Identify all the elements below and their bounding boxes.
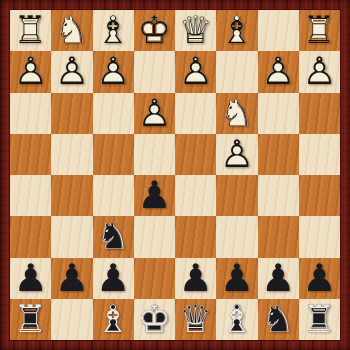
- black-pawn-fill-icon: ♟: [10, 258, 51, 299]
- piece-black-pawn[interactable]: ♟: [51, 258, 92, 299]
- square-b1[interactable]: [258, 10, 299, 51]
- square-d6[interactable]: [175, 216, 216, 257]
- square-e2[interactable]: [134, 51, 175, 92]
- black-pawn-fill-icon: ♟: [299, 258, 340, 299]
- piece-white-rook[interactable]: ♜♖: [299, 10, 340, 51]
- square-a2[interactable]: ♟♙: [299, 51, 340, 92]
- square-d2[interactable]: ♟♙: [175, 51, 216, 92]
- piece-black-pawn[interactable]: ♟: [175, 258, 216, 299]
- piece-white-rook[interactable]: ♜♖: [10, 10, 51, 51]
- piece-black-pawn[interactable]: ♟: [258, 258, 299, 299]
- piece-black-pawn[interactable]: ♟: [10, 258, 51, 299]
- black-king-outline-icon: ♔: [134, 299, 175, 340]
- square-c4[interactable]: ♟♙: [216, 134, 257, 175]
- square-h4[interactable]: [10, 134, 51, 175]
- piece-black-bishop[interactable]: ♝♗: [216, 299, 257, 340]
- piece-white-pawn[interactable]: ♟♙: [93, 51, 134, 92]
- square-d3[interactable]: [175, 93, 216, 134]
- chess-board: ♜♖♞♘♝♗♚♔♛♕♝♗♜♖♟♙♟♙♟♙♟♙♟♙♟♙♟♙♞♘♟♙♟♞♘♟♟♟♟♟…: [10, 10, 340, 340]
- square-d1[interactable]: ♛♕: [175, 10, 216, 51]
- square-c8[interactable]: ♝♗: [216, 299, 257, 340]
- piece-white-knight[interactable]: ♞♘: [51, 10, 92, 51]
- black-rook-outline-icon: ♖: [10, 299, 51, 340]
- square-c3[interactable]: ♞♘: [216, 93, 257, 134]
- square-b2[interactable]: ♟♙: [258, 51, 299, 92]
- square-f5[interactable]: [93, 175, 134, 216]
- square-h8[interactable]: ♜♖: [10, 299, 51, 340]
- square-b5[interactable]: [258, 175, 299, 216]
- piece-black-pawn[interactable]: ♟: [93, 258, 134, 299]
- piece-black-knight[interactable]: ♞♘: [258, 299, 299, 340]
- black-knight-outline-icon: ♘: [258, 299, 299, 340]
- square-h7[interactable]: ♟: [10, 258, 51, 299]
- square-a3[interactable]: [299, 93, 340, 134]
- square-a7[interactable]: ♟: [299, 258, 340, 299]
- square-g6[interactable]: [51, 216, 92, 257]
- square-b8[interactable]: ♞♘: [258, 299, 299, 340]
- white-pawn-outline-icon: ♙: [216, 134, 257, 175]
- black-bishop-outline-icon: ♗: [216, 299, 257, 340]
- square-a4[interactable]: [299, 134, 340, 175]
- square-c5[interactable]: [216, 175, 257, 216]
- square-e4[interactable]: [134, 134, 175, 175]
- black-pawn-fill-icon: ♟: [51, 258, 92, 299]
- piece-black-pawn[interactable]: ♟: [216, 258, 257, 299]
- square-e1[interactable]: ♚♔: [134, 10, 175, 51]
- square-e7[interactable]: [134, 258, 175, 299]
- piece-black-rook[interactable]: ♜♖: [10, 299, 51, 340]
- square-f1[interactable]: ♝♗: [93, 10, 134, 51]
- square-e6[interactable]: [134, 216, 175, 257]
- square-h5[interactable]: [10, 175, 51, 216]
- piece-white-pawn[interactable]: ♟♙: [175, 51, 216, 92]
- black-knight-outline-icon: ♘: [93, 216, 134, 257]
- square-a5[interactable]: [299, 175, 340, 216]
- white-pawn-outline-icon: ♙: [93, 51, 134, 92]
- square-a8[interactable]: ♜♖: [299, 299, 340, 340]
- white-pawn-outline-icon: ♙: [51, 51, 92, 92]
- white-knight-outline-icon: ♘: [51, 10, 92, 51]
- square-h1[interactable]: ♜♖: [10, 10, 51, 51]
- square-e3[interactable]: ♟♙: [134, 93, 175, 134]
- piece-black-knight[interactable]: ♞♘: [93, 216, 134, 257]
- black-queen-outline-icon: ♕: [175, 299, 216, 340]
- square-d5[interactable]: [175, 175, 216, 216]
- square-h3[interactable]: [10, 93, 51, 134]
- black-pawn-fill-icon: ♟: [258, 258, 299, 299]
- square-a1[interactable]: ♜♖: [299, 10, 340, 51]
- black-bishop-outline-icon: ♗: [93, 299, 134, 340]
- piece-black-queen[interactable]: ♛♕: [175, 299, 216, 340]
- piece-white-bishop[interactable]: ♝♗: [93, 10, 134, 51]
- square-g4[interactable]: [51, 134, 92, 175]
- square-f4[interactable]: [93, 134, 134, 175]
- square-d8[interactable]: ♛♕: [175, 299, 216, 340]
- black-pawn-fill-icon: ♟: [134, 175, 175, 216]
- piece-white-pawn[interactable]: ♟♙: [10, 51, 51, 92]
- piece-white-pawn[interactable]: ♟♙: [51, 51, 92, 92]
- square-d4[interactable]: [175, 134, 216, 175]
- square-c2[interactable]: [216, 51, 257, 92]
- white-pawn-outline-icon: ♙: [134, 93, 175, 134]
- square-c6[interactable]: [216, 216, 257, 257]
- white-rook-outline-icon: ♖: [10, 10, 51, 51]
- square-g2[interactable]: ♟♙: [51, 51, 92, 92]
- square-g5[interactable]: [51, 175, 92, 216]
- square-d7[interactable]: ♟: [175, 258, 216, 299]
- square-b4[interactable]: [258, 134, 299, 175]
- black-pawn-fill-icon: ♟: [93, 258, 134, 299]
- piece-black-rook[interactable]: ♜♖: [299, 299, 340, 340]
- white-rook-outline-icon: ♖: [299, 10, 340, 51]
- square-f6[interactable]: ♞♘: [93, 216, 134, 257]
- square-b3[interactable]: [258, 93, 299, 134]
- square-g7[interactable]: ♟: [51, 258, 92, 299]
- square-f2[interactable]: ♟♙: [93, 51, 134, 92]
- white-pawn-outline-icon: ♙: [299, 51, 340, 92]
- white-knight-outline-icon: ♘: [216, 93, 257, 134]
- black-pawn-fill-icon: ♟: [216, 258, 257, 299]
- piece-black-bishop[interactable]: ♝♗: [93, 299, 134, 340]
- square-c7[interactable]: ♟: [216, 258, 257, 299]
- piece-white-pawn[interactable]: ♟♙: [258, 51, 299, 92]
- white-pawn-outline-icon: ♙: [10, 51, 51, 92]
- white-pawn-outline-icon: ♙: [175, 51, 216, 92]
- piece-black-king[interactable]: ♚♔: [134, 299, 175, 340]
- square-h2[interactable]: ♟♙: [10, 51, 51, 92]
- white-king-outline-icon: ♔: [134, 10, 175, 51]
- piece-white-queen[interactable]: ♛♕: [175, 10, 216, 51]
- black-rook-outline-icon: ♖: [299, 299, 340, 340]
- piece-white-knight[interactable]: ♞♘: [216, 93, 257, 134]
- square-h6[interactable]: [10, 216, 51, 257]
- piece-black-pawn[interactable]: ♟: [134, 175, 175, 216]
- piece-white-pawn[interactable]: ♟♙: [216, 134, 257, 175]
- square-e5[interactable]: ♟: [134, 175, 175, 216]
- square-b6[interactable]: [258, 216, 299, 257]
- square-a6[interactable]: [299, 216, 340, 257]
- square-c1[interactable]: ♝♗: [216, 10, 257, 51]
- piece-white-bishop[interactable]: ♝♗: [216, 10, 257, 51]
- white-bishop-outline-icon: ♗: [216, 10, 257, 51]
- square-g3[interactable]: [51, 93, 92, 134]
- piece-white-pawn[interactable]: ♟♙: [299, 51, 340, 92]
- square-f7[interactable]: ♟: [93, 258, 134, 299]
- white-bishop-outline-icon: ♗: [93, 10, 134, 51]
- square-e8[interactable]: ♚♔: [134, 299, 175, 340]
- piece-white-king[interactable]: ♚♔: [134, 10, 175, 51]
- black-pawn-fill-icon: ♟: [175, 258, 216, 299]
- piece-black-pawn[interactable]: ♟: [299, 258, 340, 299]
- square-b7[interactable]: ♟: [258, 258, 299, 299]
- square-f8[interactable]: ♝♗: [93, 299, 134, 340]
- square-f3[interactable]: [93, 93, 134, 134]
- piece-white-pawn[interactable]: ♟♙: [134, 93, 175, 134]
- white-pawn-outline-icon: ♙: [258, 51, 299, 92]
- wood-board-frame: ♜♖♞♘♝♗♚♔♛♕♝♗♜♖♟♙♟♙♟♙♟♙♟♙♟♙♟♙♞♘♟♙♟♞♘♟♟♟♟♟…: [0, 0, 350, 350]
- white-queen-outline-icon: ♕: [175, 10, 216, 51]
- square-g1[interactable]: ♞♘: [51, 10, 92, 51]
- square-g8[interactable]: [51, 299, 92, 340]
